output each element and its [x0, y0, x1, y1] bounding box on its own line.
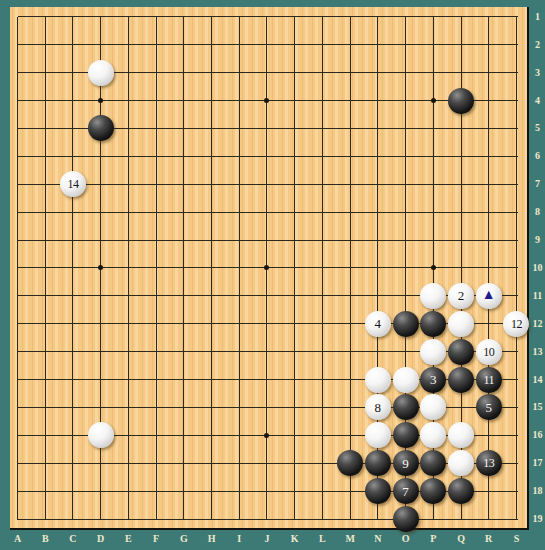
row-label-5: 5 — [530, 122, 545, 134]
row-label-8: 8 — [530, 206, 545, 218]
col-label-Q: Q — [452, 533, 470, 544]
grid-line-horizontal — [18, 156, 518, 157]
stone-black-Q14 — [448, 367, 474, 393]
move-number: 10 — [483, 346, 494, 358]
stone-black-P17 — [420, 450, 446, 476]
col-label-P: P — [424, 533, 442, 544]
stone-black-M17 — [337, 450, 363, 476]
stone-black-O19 — [393, 506, 419, 532]
move-number: 13 — [483, 457, 494, 469]
star-point — [264, 98, 269, 103]
move-number: 11 — [483, 374, 494, 386]
stone-white-N12: 4 — [365, 311, 391, 337]
col-label-F: F — [147, 533, 165, 544]
stone-white-Q17 — [448, 450, 474, 476]
grid-line-vertical — [128, 17, 129, 520]
grid-line-vertical — [183, 17, 184, 520]
row-label-10: 10 — [530, 262, 545, 274]
col-label-C: C — [64, 533, 82, 544]
row-label-6: 6 — [530, 150, 545, 162]
stone-white-P13 — [420, 339, 446, 365]
col-label-N: N — [369, 533, 387, 544]
col-label-R: R — [480, 533, 498, 544]
stone-white-R11: ▲ — [476, 283, 502, 309]
stone-black-O15 — [393, 394, 419, 420]
row-label-18: 18 — [530, 485, 545, 497]
col-label-D: D — [92, 533, 110, 544]
grid-line-horizontal — [18, 519, 518, 520]
star-point — [264, 433, 269, 438]
col-label-M: M — [341, 533, 359, 544]
move-number: 14 — [67, 178, 78, 190]
star-point — [431, 265, 436, 270]
grid-line-vertical — [488, 17, 489, 520]
move-number: 12 — [511, 318, 522, 330]
stone-white-P11 — [420, 283, 446, 309]
stone-black-P12 — [420, 311, 446, 337]
grid-line-vertical — [294, 17, 295, 520]
star-point — [98, 265, 103, 270]
grid-line-vertical — [211, 17, 212, 520]
stone-black-D5 — [88, 115, 114, 141]
star-point — [431, 98, 436, 103]
stone-white-N16 — [365, 422, 391, 448]
grid-line-horizontal — [18, 212, 518, 213]
grid-line-vertical — [72, 17, 73, 520]
stone-black-Q4 — [448, 88, 474, 114]
row-label-3: 3 — [530, 67, 545, 79]
col-label-I: I — [230, 533, 248, 544]
move-number: 4 — [375, 317, 382, 330]
stone-white-O14 — [393, 367, 419, 393]
stone-black-Q18 — [448, 478, 474, 504]
col-label-G: G — [175, 533, 193, 544]
stone-white-N15: 8 — [365, 394, 391, 420]
move-number: 7 — [402, 485, 409, 498]
grid-line-horizontal — [18, 184, 518, 185]
stone-black-O17: 9 — [393, 450, 419, 476]
go-board[interactable]: 142▲41210311859137 — [10, 7, 529, 530]
stone-white-N14 — [365, 367, 391, 393]
row-label-1: 1 — [530, 11, 545, 23]
grid-line-horizontal — [18, 240, 518, 241]
col-label-A: A — [9, 533, 27, 544]
row-label-17: 17 — [530, 457, 545, 469]
row-label-4: 4 — [530, 95, 545, 107]
stone-black-R15: 5 — [476, 394, 502, 420]
stone-white-D16 — [88, 422, 114, 448]
grid-line-vertical — [322, 17, 323, 520]
col-label-S: S — [507, 533, 525, 544]
move-number: 3 — [430, 373, 437, 386]
stone-white-C7: 14 — [60, 171, 86, 197]
star-point — [98, 98, 103, 103]
grid-line-vertical — [17, 17, 18, 520]
star-point — [264, 265, 269, 270]
row-label-14: 14 — [530, 374, 545, 386]
grid-line-vertical — [350, 17, 351, 520]
col-label-J: J — [258, 533, 276, 544]
stone-black-O16 — [393, 422, 419, 448]
row-label-2: 2 — [530, 39, 545, 51]
go-diagram: 142▲41210311859137 ABCDEFGHIJKLMNOPQRS 1… — [0, 0, 545, 550]
row-label-9: 9 — [530, 234, 545, 246]
row-label-11: 11 — [530, 290, 545, 302]
row-label-7: 7 — [530, 178, 545, 190]
row-label-12: 12 — [530, 318, 545, 330]
stone-black-Q13 — [448, 339, 474, 365]
stone-white-R13: 10 — [476, 339, 502, 365]
move-number: 2 — [458, 289, 465, 302]
stone-white-D3 — [88, 60, 114, 86]
row-label-16: 16 — [530, 429, 545, 441]
stone-white-S12: 12 — [503, 311, 529, 337]
stone-black-R14: 11 — [476, 367, 502, 393]
stone-black-O12 — [393, 311, 419, 337]
grid-line-vertical — [45, 17, 46, 520]
grid-line-vertical — [239, 17, 240, 520]
col-label-E: E — [119, 533, 137, 544]
row-label-19: 19 — [530, 513, 545, 525]
move-number: 5 — [485, 401, 492, 414]
stone-white-Q11: 2 — [448, 283, 474, 309]
stone-black-N17 — [365, 450, 391, 476]
col-label-O: O — [397, 533, 415, 544]
triangle-marker-icon: ▲ — [482, 288, 496, 302]
move-number: 8 — [375, 401, 382, 414]
row-label-15: 15 — [530, 401, 545, 413]
row-label-13: 13 — [530, 346, 545, 358]
stone-white-P15 — [420, 394, 446, 420]
col-label-K: K — [286, 533, 304, 544]
grid-line-vertical — [156, 17, 157, 520]
move-number: 9 — [402, 457, 409, 470]
col-label-L: L — [313, 533, 331, 544]
grid-line-horizontal — [18, 16, 518, 17]
stone-black-O18: 7 — [393, 478, 419, 504]
stone-black-P14: 3 — [420, 367, 446, 393]
grid-line-vertical — [516, 17, 517, 520]
grid-line-horizontal — [18, 44, 518, 45]
col-label-H: H — [203, 533, 221, 544]
stone-white-Q12 — [448, 311, 474, 337]
stone-black-R17: 13 — [476, 450, 502, 476]
stone-white-Q16 — [448, 422, 474, 448]
stone-white-P16 — [420, 422, 446, 448]
col-label-B: B — [36, 533, 54, 544]
stone-black-N18 — [365, 478, 391, 504]
stone-black-P18 — [420, 478, 446, 504]
